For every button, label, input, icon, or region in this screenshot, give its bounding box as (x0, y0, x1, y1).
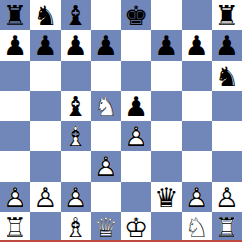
square-b4[interactable] (30, 121, 60, 151)
square-e7[interactable] (121, 30, 151, 60)
white-piece-outline-glyph: ♘ (94, 92, 118, 119)
square-g4[interactable] (182, 121, 212, 151)
square-b2[interactable]: ♟♙ (30, 182, 60, 212)
piece-black-pawn[interactable]: ♟ (151, 30, 181, 60)
piece-white-rook[interactable]: ♜♖ (0, 212, 30, 242)
black-piece-glyph: ♛ (154, 183, 178, 210)
piece-white-bishop[interactable]: ♝♗ (61, 121, 91, 151)
white-piece-outline-glyph: ♙ (94, 153, 118, 180)
square-f6[interactable] (151, 61, 181, 91)
piece-black-pawn[interactable]: ♟ (0, 30, 30, 60)
black-piece-glyph: ♟ (185, 32, 209, 59)
black-piece-glyph: ♟ (64, 32, 88, 59)
white-piece-outline-glyph: ♙ (33, 183, 57, 210)
square-g7[interactable]: ♟ (182, 30, 212, 60)
white-piece-outline-glyph: ♙ (215, 183, 239, 210)
piece-black-bishop[interactable]: ♝ (61, 91, 91, 121)
white-piece-outline-glyph: ♙ (124, 123, 148, 150)
square-e5[interactable]: ♟ (121, 91, 151, 121)
piece-black-pawn[interactable]: ♟ (182, 30, 212, 60)
square-h2[interactable]: ♟♙ (212, 182, 242, 212)
piece-white-pawn[interactable]: ♟♙ (61, 182, 91, 212)
square-b8[interactable]: ♞ (30, 0, 60, 30)
square-e6[interactable] (121, 61, 151, 91)
piece-black-knight[interactable]: ♞ (212, 61, 242, 91)
square-d5[interactable]: ♞♘ (91, 91, 121, 121)
square-b7[interactable]: ♟ (30, 30, 60, 60)
piece-white-pawn[interactable]: ♟♙ (182, 182, 212, 212)
square-g3[interactable] (182, 151, 212, 181)
piece-white-rook[interactable]: ♜♖ (212, 212, 242, 242)
white-piece-outline-glyph: ♖ (215, 213, 239, 240)
black-piece-glyph: ♟ (154, 32, 178, 59)
square-c5[interactable]: ♝ (61, 91, 91, 121)
piece-white-knight[interactable]: ♞♘ (182, 212, 212, 242)
white-piece-outline-glyph: ♗ (64, 123, 88, 150)
square-b6[interactable] (30, 61, 60, 91)
square-g2[interactable]: ♟♙ (182, 182, 212, 212)
square-c4[interactable]: ♝♗ (61, 121, 91, 151)
square-h6[interactable]: ♞ (212, 61, 242, 91)
square-c6[interactable] (61, 61, 91, 91)
piece-black-queen[interactable]: ♛ (151, 182, 181, 212)
piece-white-pawn[interactable]: ♟♙ (30, 182, 60, 212)
square-h3[interactable] (212, 151, 242, 181)
square-c2[interactable]: ♟♙ (61, 182, 91, 212)
chess-board-screenshot: ♜♞♝♚♜♟♟♟♟♟♟♟♞♝♞♘♟♝♗♟♙♟♙♟♙♟♙♟♙♛♟♙♟♙♜♖♝♗♛♕… (0, 0, 242, 242)
piece-black-pawn[interactable]: ♟ (61, 30, 91, 60)
square-d4[interactable] (91, 121, 121, 151)
white-piece-outline-glyph: ♕ (94, 213, 118, 240)
square-a4[interactable] (0, 121, 30, 151)
black-piece-glyph: ♟ (215, 32, 239, 59)
square-e4[interactable]: ♟♙ (121, 121, 151, 151)
square-a3[interactable] (0, 151, 30, 181)
square-e1[interactable]: ♚♔ (121, 212, 151, 242)
black-piece-glyph: ♞ (33, 2, 57, 29)
square-g8[interactable] (182, 0, 212, 30)
square-c1[interactable]: ♝♗ (61, 212, 91, 242)
square-f1[interactable] (151, 212, 181, 242)
white-piece-outline-glyph: ♘ (185, 213, 209, 240)
square-e2[interactable] (121, 182, 151, 212)
square-h1[interactable]: ♜♖ (212, 212, 242, 242)
chess-board: ♜♞♝♚♜♟♟♟♟♟♟♟♞♝♞♘♟♝♗♟♙♟♙♟♙♟♙♟♙♛♟♙♟♙♜♖♝♗♛♕… (0, 0, 242, 242)
black-piece-glyph: ♝ (64, 92, 88, 119)
piece-white-king[interactable]: ♚♔ (121, 212, 151, 242)
white-piece-outline-glyph: ♗ (64, 213, 88, 240)
piece-black-rook[interactable]: ♜ (212, 0, 242, 30)
square-d6[interactable] (91, 61, 121, 91)
square-e8[interactable]: ♚ (121, 0, 151, 30)
piece-black-bishop[interactable]: ♝ (61, 0, 91, 30)
square-a8[interactable]: ♜ (0, 0, 30, 30)
black-piece-glyph: ♞ (215, 62, 239, 89)
black-piece-glyph: ♜ (3, 2, 27, 29)
square-c3[interactable] (61, 151, 91, 181)
square-b3[interactable] (30, 151, 60, 181)
square-f2[interactable]: ♛ (151, 182, 181, 212)
piece-black-king[interactable]: ♚ (121, 0, 151, 30)
white-piece-outline-glyph: ♙ (3, 183, 27, 210)
square-h4[interactable] (212, 121, 242, 151)
square-f8[interactable] (151, 0, 181, 30)
white-piece-outline-glyph: ♙ (64, 183, 88, 210)
square-e3[interactable] (121, 151, 151, 181)
piece-black-rook[interactable]: ♜ (0, 0, 30, 30)
piece-white-pawn[interactable]: ♟♙ (212, 182, 242, 212)
square-f3[interactable] (151, 151, 181, 181)
square-g6[interactable] (182, 61, 212, 91)
black-piece-glyph: ♟ (3, 32, 27, 59)
square-d2[interactable] (91, 182, 121, 212)
square-a2[interactable]: ♟♙ (0, 182, 30, 212)
piece-white-queen[interactable]: ♛♕ (91, 212, 121, 242)
piece-white-pawn[interactable]: ♟♙ (121, 121, 151, 151)
square-a7[interactable]: ♟ (0, 30, 30, 60)
square-d3[interactable]: ♟♙ (91, 151, 121, 181)
square-a5[interactable] (0, 91, 30, 121)
square-g5[interactable] (182, 91, 212, 121)
square-g1[interactable]: ♞♘ (182, 212, 212, 242)
square-d1[interactable]: ♛♕ (91, 212, 121, 242)
piece-white-knight[interactable]: ♞♘ (91, 91, 121, 121)
white-piece-outline-glyph: ♖ (3, 213, 27, 240)
square-a6[interactable] (0, 61, 30, 91)
white-piece-outline-glyph: ♙ (185, 183, 209, 210)
piece-black-pawn[interactable]: ♟ (121, 91, 151, 121)
piece-white-pawn[interactable]: ♟♙ (0, 182, 30, 212)
piece-white-pawn[interactable]: ♟♙ (91, 151, 121, 181)
black-piece-glyph: ♚ (124, 2, 148, 29)
black-piece-glyph: ♝ (64, 2, 88, 29)
square-d7[interactable]: ♟ (91, 30, 121, 60)
square-f7[interactable]: ♟ (151, 30, 181, 60)
square-c7[interactable]: ♟ (61, 30, 91, 60)
square-b5[interactable] (30, 91, 60, 121)
square-h7[interactable]: ♟ (212, 30, 242, 60)
square-d8[interactable] (91, 0, 121, 30)
black-piece-glyph: ♟ (33, 32, 57, 59)
piece-black-pawn[interactable]: ♟ (30, 30, 60, 60)
piece-black-knight[interactable]: ♞ (30, 0, 60, 30)
piece-white-bishop[interactable]: ♝♗ (61, 212, 91, 242)
square-c8[interactable]: ♝ (61, 0, 91, 30)
black-piece-glyph: ♟ (124, 92, 148, 119)
piece-black-pawn[interactable]: ♟ (91, 30, 121, 60)
black-piece-glyph: ♟ (94, 32, 118, 59)
square-f4[interactable] (151, 121, 181, 151)
square-b1[interactable] (30, 212, 60, 242)
black-piece-glyph: ♜ (215, 2, 239, 29)
white-piece-outline-glyph: ♔ (124, 213, 148, 240)
piece-black-pawn[interactable]: ♟ (212, 30, 242, 60)
square-a1[interactable]: ♜♖ (0, 212, 30, 242)
square-h5[interactable] (212, 91, 242, 121)
square-h8[interactable]: ♜ (212, 0, 242, 30)
square-f5[interactable] (151, 91, 181, 121)
